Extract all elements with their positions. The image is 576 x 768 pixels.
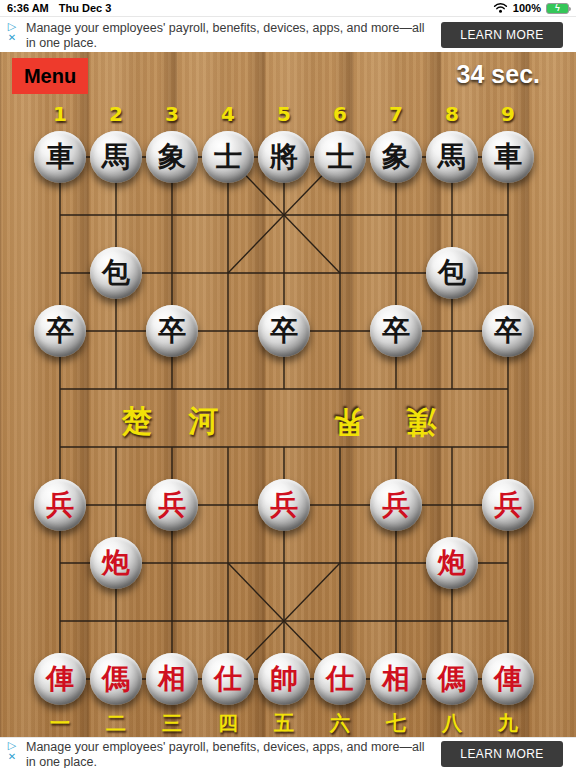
learn-more-button[interactable]: LEARN MORE <box>441 741 563 767</box>
file-label: 四 <box>200 710 256 734</box>
xiangqi-piece-black-卒[interactable]: 卒 <box>258 305 310 357</box>
xiangqi-piece-black-卒[interactable]: 卒 <box>34 305 86 357</box>
ad-close-icon[interactable]: ✕ <box>8 752 16 762</box>
learn-more-button[interactable]: LEARN MORE <box>441 22 563 48</box>
xiangqi-piece-red-仕[interactable]: 仕 <box>202 653 254 705</box>
file-label: 9 <box>480 102 536 126</box>
ad-banner-top[interactable]: ▷ ✕ Manage your employees' payroll, bene… <box>0 16 576 52</box>
xiangqi-piece-red-相[interactable]: 相 <box>146 653 198 705</box>
file-label: 5 <box>256 102 312 126</box>
file-label: 6 <box>312 102 368 126</box>
xiangqi-piece-black-將[interactable]: 將 <box>258 131 310 183</box>
board-grid-lines <box>32 128 536 708</box>
xiangqi-piece-black-卒[interactable]: 卒 <box>370 305 422 357</box>
battery-charging-icon: ϟ <box>546 3 569 14</box>
xiangqi-game-area: Menu 34 sec. 123456789 楚 河 漢 界 車馬象士將士象馬車… <box>0 52 576 737</box>
river-label-han-jie: 漢 界 <box>334 401 436 442</box>
file-label: 六 <box>312 710 368 734</box>
xiangqi-piece-red-俥[interactable]: 俥 <box>34 653 86 705</box>
file-label: 8 <box>424 102 480 126</box>
xiangqi-piece-red-兵[interactable]: 兵 <box>258 479 310 531</box>
xiangqi-piece-red-炮[interactable]: 炮 <box>426 537 478 589</box>
clock: 6:36 AM <box>7 2 49 14</box>
xiangqi-piece-red-兵[interactable]: 兵 <box>34 479 86 531</box>
file-label: 4 <box>200 102 256 126</box>
xiangqi-piece-black-包[interactable]: 包 <box>426 247 478 299</box>
file-label: 三 <box>144 710 200 734</box>
xiangqi-piece-red-相[interactable]: 相 <box>370 653 422 705</box>
battery-percent: 100% <box>513 2 541 14</box>
xiangqi-piece-black-士[interactable]: 士 <box>314 131 366 183</box>
date: Thu Dec 3 <box>59 2 112 14</box>
xiangqi-piece-black-卒[interactable]: 卒 <box>482 305 534 357</box>
adchoices-icon[interactable]: ▷ <box>8 740 16 751</box>
xiangqi-piece-black-馬[interactable]: 馬 <box>426 131 478 183</box>
file-label: 2 <box>88 102 144 126</box>
xiangqi-board[interactable]: 楚 河 漢 界 車馬象士將士象馬車包包卒卒卒卒卒兵兵兵兵兵炮炮俥傌相仕帥仕相傌俥 <box>32 128 536 708</box>
file-label: 3 <box>144 102 200 126</box>
xiangqi-piece-red-俥[interactable]: 俥 <box>482 653 534 705</box>
xiangqi-piece-black-象[interactable]: 象 <box>370 131 422 183</box>
file-label: 五 <box>256 710 312 734</box>
xiangqi-piece-black-車[interactable]: 車 <box>482 131 534 183</box>
file-label: 一 <box>32 710 88 734</box>
xiangqi-piece-black-卒[interactable]: 卒 <box>146 305 198 357</box>
xiangqi-piece-black-象[interactable]: 象 <box>146 131 198 183</box>
xiangqi-piece-red-兵[interactable]: 兵 <box>370 479 422 531</box>
file-label: 八 <box>424 710 480 734</box>
file-label: 二 <box>88 710 144 734</box>
xiangqi-piece-red-傌[interactable]: 傌 <box>426 653 478 705</box>
wifi-icon <box>493 2 508 15</box>
menu-button[interactable]: Menu <box>12 58 88 94</box>
xiangqi-piece-red-兵[interactable]: 兵 <box>146 479 198 531</box>
status-bar: 6:36 AM Thu Dec 3 100% ϟ <box>0 0 576 16</box>
column-numbers-top: 123456789 <box>32 102 536 126</box>
xiangqi-piece-red-傌[interactable]: 傌 <box>90 653 142 705</box>
xiangqi-piece-red-兵[interactable]: 兵 <box>482 479 534 531</box>
xiangqi-piece-red-帥[interactable]: 帥 <box>258 653 310 705</box>
xiangqi-piece-black-馬[interactable]: 馬 <box>90 131 142 183</box>
column-numbers-bottom: 一二三四五六七八九 <box>32 710 536 734</box>
xiangqi-piece-black-車[interactable]: 車 <box>34 131 86 183</box>
ad-close-icon[interactable]: ✕ <box>8 33 16 43</box>
move-timer: 34 sec. <box>457 60 540 89</box>
file-label: 九 <box>480 710 536 734</box>
xiangqi-piece-red-仕[interactable]: 仕 <box>314 653 366 705</box>
file-label: 7 <box>368 102 424 126</box>
xiangqi-piece-black-士[interactable]: 士 <box>202 131 254 183</box>
xiangqi-piece-black-包[interactable]: 包 <box>90 247 142 299</box>
river-label-chu-he: 楚 河 <box>122 401 218 442</box>
xiangqi-piece-red-炮[interactable]: 炮 <box>90 537 142 589</box>
file-label: 1 <box>32 102 88 126</box>
adchoices-icon[interactable]: ▷ <box>8 21 16 32</box>
ad-banner-bottom[interactable]: ▷ ✕ Manage your employees' payroll, bene… <box>0 737 576 768</box>
ad-text: Manage your employees' payroll, benefits… <box>26 740 446 768</box>
file-label: 七 <box>368 710 424 734</box>
ad-text: Manage your employees' payroll, benefits… <box>26 21 446 50</box>
